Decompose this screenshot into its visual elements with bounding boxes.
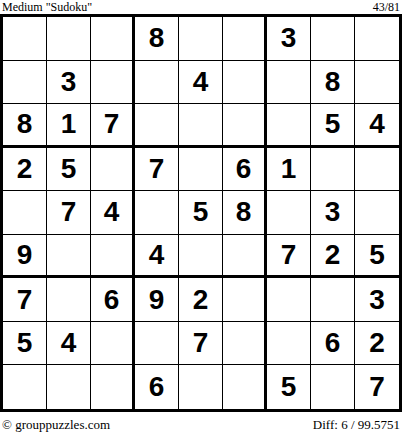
- cell-r1c4: 8: [135, 17, 179, 61]
- cell-r4c1: 2: [3, 148, 47, 192]
- cell-r9c8[interactable]: [311, 365, 355, 409]
- cell-r4c4: 7: [135, 148, 179, 192]
- footer: © grouppuzzles.com Diff: 6 / 99.5751: [0, 412, 402, 432]
- cell-r8c4[interactable]: [135, 322, 179, 366]
- cell-r5c2: 7: [47, 191, 91, 235]
- cell-r1c3[interactable]: [91, 17, 135, 61]
- cell-r7c3: 6: [91, 278, 135, 322]
- cell-r7c9: 3: [355, 278, 399, 322]
- cell-r5c7[interactable]: [267, 191, 311, 235]
- cell-r7c6[interactable]: [223, 278, 267, 322]
- cell-r1c6[interactable]: [223, 17, 267, 61]
- cell-r1c7: 3: [267, 17, 311, 61]
- cell-r2c4[interactable]: [135, 61, 179, 105]
- cell-r6c8: 2: [311, 235, 355, 279]
- cell-r3c1: 8: [3, 104, 47, 148]
- cell-r5c6: 8: [223, 191, 267, 235]
- cell-r3c5[interactable]: [179, 104, 223, 148]
- cell-r7c8[interactable]: [311, 278, 355, 322]
- cell-r1c2[interactable]: [47, 17, 91, 61]
- sudoku-page: Medium "Sudoku" 43/81 833488175425761745…: [0, 0, 402, 437]
- sudoku-grid: 83348817542576174583947257692354762657: [0, 14, 402, 412]
- cell-r2c3[interactable]: [91, 61, 135, 105]
- cell-r9c6[interactable]: [223, 365, 267, 409]
- cell-r5c8: 3: [311, 191, 355, 235]
- cell-r1c8[interactable]: [311, 17, 355, 61]
- cell-r9c4: 6: [135, 365, 179, 409]
- cell-r6c7: 7: [267, 235, 311, 279]
- cell-r2c2: 3: [47, 61, 91, 105]
- cell-r8c9: 2: [355, 322, 399, 366]
- puzzle-title: Medium "Sudoku": [2, 1, 92, 14]
- cell-r8c1: 5: [3, 322, 47, 366]
- cell-r9c2[interactable]: [47, 365, 91, 409]
- cell-r9c1[interactable]: [3, 365, 47, 409]
- cell-r8c6[interactable]: [223, 322, 267, 366]
- cell-r3c2: 1: [47, 104, 91, 148]
- cell-r6c4: 4: [135, 235, 179, 279]
- cell-r2c1[interactable]: [3, 61, 47, 105]
- cell-r9c9: 7: [355, 365, 399, 409]
- cell-r8c7[interactable]: [267, 322, 311, 366]
- cell-r3c7[interactable]: [267, 104, 311, 148]
- cell-r5c5: 5: [179, 191, 223, 235]
- cell-r5c9[interactable]: [355, 191, 399, 235]
- cell-r4c8[interactable]: [311, 148, 355, 192]
- puzzle-counter: 43/81: [373, 1, 400, 14]
- cell-r6c6[interactable]: [223, 235, 267, 279]
- cell-r6c5[interactable]: [179, 235, 223, 279]
- cell-r8c8: 6: [311, 322, 355, 366]
- cell-r4c7: 1: [267, 148, 311, 192]
- cell-r5c1[interactable]: [3, 191, 47, 235]
- cell-r9c5[interactable]: [179, 365, 223, 409]
- cell-r9c3[interactable]: [91, 365, 135, 409]
- cell-r1c1[interactable]: [3, 17, 47, 61]
- cell-r1c9[interactable]: [355, 17, 399, 61]
- cell-r4c2: 5: [47, 148, 91, 192]
- cell-r2c7[interactable]: [267, 61, 311, 105]
- cell-r7c7[interactable]: [267, 278, 311, 322]
- cell-r3c4[interactable]: [135, 104, 179, 148]
- cell-r4c3[interactable]: [91, 148, 135, 192]
- cell-r2c8: 8: [311, 61, 355, 105]
- cell-r8c2: 4: [47, 322, 91, 366]
- cell-r2c6[interactable]: [223, 61, 267, 105]
- cell-r3c9: 4: [355, 104, 399, 148]
- cell-r3c6[interactable]: [223, 104, 267, 148]
- header: Medium "Sudoku" 43/81: [0, 0, 402, 14]
- copyright-text: © grouppuzzles.com: [2, 418, 110, 432]
- cell-r7c5: 2: [179, 278, 223, 322]
- cell-r2c5: 4: [179, 61, 223, 105]
- cell-r5c3: 4: [91, 191, 135, 235]
- difficulty-text: Diff: 6 / 99.5751: [313, 418, 400, 432]
- cell-r6c3[interactable]: [91, 235, 135, 279]
- cell-r6c2[interactable]: [47, 235, 91, 279]
- cell-r3c8: 5: [311, 104, 355, 148]
- cell-r4c9[interactable]: [355, 148, 399, 192]
- cell-r5c4[interactable]: [135, 191, 179, 235]
- cell-r4c5[interactable]: [179, 148, 223, 192]
- cell-r3c3: 7: [91, 104, 135, 148]
- cell-r6c1: 9: [3, 235, 47, 279]
- cell-r7c4: 9: [135, 278, 179, 322]
- cell-r1c5[interactable]: [179, 17, 223, 61]
- cell-r4c6: 6: [223, 148, 267, 192]
- cell-r8c5: 7: [179, 322, 223, 366]
- cell-r7c1: 7: [3, 278, 47, 322]
- cell-r7c2[interactable]: [47, 278, 91, 322]
- cell-r6c9: 5: [355, 235, 399, 279]
- cell-r9c7: 5: [267, 365, 311, 409]
- cell-r2c9[interactable]: [355, 61, 399, 105]
- cell-r8c3[interactable]: [91, 322, 135, 366]
